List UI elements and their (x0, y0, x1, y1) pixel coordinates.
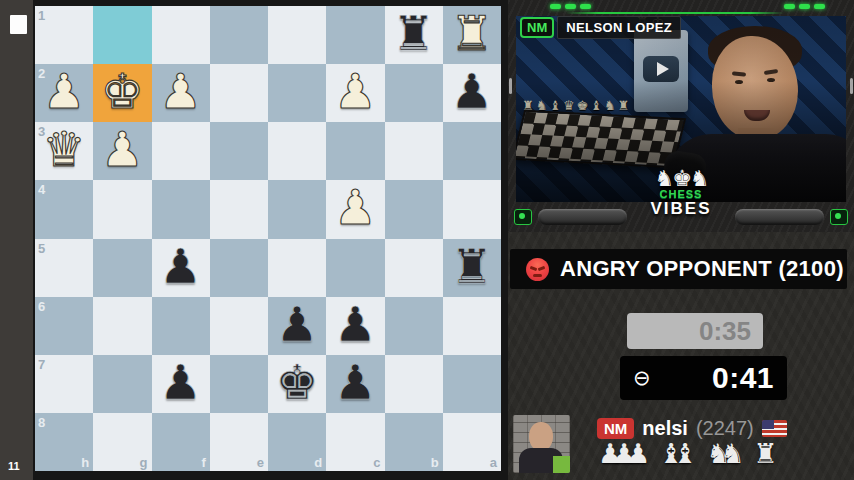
file-label-d: d (314, 455, 322, 470)
chess-board[interactable]: 1♜♜2♟♚♟♟♟3♛♟4♟5♟♜6♟♟7♟♚♟8hgfedcba (35, 6, 501, 471)
black-pawn-c6[interactable]: ♟ (334, 300, 377, 348)
square-g8[interactable]: g (93, 413, 151, 471)
square-e2[interactable] (210, 64, 268, 122)
sidebar-thumbnail[interactable] (10, 15, 27, 34)
square-a5[interactable]: ♜ (443, 239, 501, 297)
square-f4[interactable] (152, 180, 210, 238)
follower-counter-icon (830, 209, 848, 225)
square-a8[interactable]: a (443, 413, 501, 471)
square-e6[interactable] (210, 297, 268, 355)
rank-label-4: 4 (38, 182, 45, 197)
square-h7[interactable]: 7 (35, 355, 93, 413)
square-h6[interactable]: 6 (35, 297, 93, 355)
angry-face-emoji-icon (526, 258, 549, 281)
online-status-badge (553, 456, 570, 473)
square-d5[interactable] (268, 239, 326, 297)
square-c1[interactable] (326, 6, 384, 64)
overlay-pill-left (538, 209, 627, 225)
square-h1[interactable]: 1 (35, 6, 93, 64)
white-rook-a1[interactable]: ♜ (450, 9, 493, 57)
captured-group: ♝♝ (659, 440, 697, 467)
black-rook-b1[interactable]: ♜ (392, 9, 435, 57)
square-c5[interactable] (326, 239, 384, 297)
viewer-counter-icon (514, 209, 532, 225)
square-b6[interactable] (385, 297, 443, 355)
streamer-nameplate: NM NELSON LOPEZ (520, 16, 681, 39)
square-g6[interactable] (93, 297, 151, 355)
square-e8[interactable]: e (210, 413, 268, 471)
square-d8[interactable]: d (268, 413, 326, 471)
square-h5[interactable]: 5 (35, 239, 93, 297)
square-d7[interactable]: ♚ (268, 355, 326, 413)
black-pawn-a2[interactable]: ♟ (450, 67, 493, 115)
player-name[interactable]: nelsi (642, 417, 688, 440)
square-a2[interactable]: ♟ (443, 64, 501, 122)
square-e3[interactable] (210, 122, 268, 180)
black-king-d7[interactable]: ♚ (276, 358, 319, 406)
white-pawn-c4[interactable]: ♟ (334, 183, 377, 231)
square-f7[interactable]: ♟ (152, 355, 210, 413)
square-e7[interactable] (210, 355, 268, 413)
avatar-face (529, 422, 553, 451)
screen: 11 1♜♜2♟♚♟♟♟3♛♟4♟5♟♜6♟♟7♟♚♟8hgfedcba ♜♞♝… (0, 0, 854, 480)
stream-panel: ♜♞♝♛♚♝♞♜ ♖♔ NM NELSON LOPE (508, 0, 854, 480)
square-f2[interactable]: ♟ (152, 64, 210, 122)
white-king-g2[interactable]: ♚ (101, 67, 144, 115)
left-sidebar: 11 (0, 0, 33, 480)
webcam-frame: ♜♞♝♛♚♝♞♜ ♖♔ NM NELSON LOPE (508, 0, 854, 232)
led-dashes-right (784, 4, 825, 9)
square-b4[interactable] (385, 180, 443, 238)
white-pawn-f2[interactable]: ♟ (159, 67, 202, 115)
square-b3[interactable] (385, 122, 443, 180)
led-dashes-left (550, 4, 591, 9)
square-e4[interactable] (210, 180, 268, 238)
opponent-label: ANGRY OPPONENT (2100) (560, 256, 844, 282)
white-pawn-g3[interactable]: ♟ (101, 125, 144, 173)
player-rating: (2247) (696, 417, 754, 440)
us-flag-icon (762, 420, 787, 437)
captured-group: ♞♞ (706, 440, 744, 467)
square-c2[interactable]: ♟ (326, 64, 384, 122)
circled-minus-icon: ⊖ (633, 366, 651, 390)
square-f6[interactable] (152, 297, 210, 355)
square-f1[interactable] (152, 6, 210, 64)
overlay-pill-right (735, 209, 824, 225)
square-c4[interactable]: ♟ (326, 180, 384, 238)
square-d2[interactable] (268, 64, 326, 122)
file-label-c: c (373, 455, 380, 470)
square-h8[interactable]: 8h (35, 413, 93, 471)
square-d4[interactable] (268, 180, 326, 238)
square-g7[interactable] (93, 355, 151, 413)
file-label-h: h (81, 455, 89, 470)
square-e5[interactable] (210, 239, 268, 297)
rank-label-8: 8 (38, 415, 45, 430)
frame-hinge-left (509, 78, 512, 94)
square-g4[interactable] (93, 180, 151, 238)
square-a3[interactable] (443, 122, 501, 180)
white-pawn-h2[interactable]: ♟ (43, 67, 86, 115)
file-label-e: e (257, 455, 264, 470)
square-c8[interactable]: c (326, 413, 384, 471)
player-title-badge: NM (597, 418, 634, 439)
white-pawn-c2[interactable]: ♟ (334, 67, 377, 115)
logo-text-vibes: VIBES (616, 200, 746, 218)
captured-pieces: ♟♟♟♝♝♞♞♜ (598, 440, 778, 467)
streamer-name: NELSON LOPEZ (557, 16, 681, 39)
opponent-banner: ANGRY OPPONENT (2100) (510, 249, 847, 289)
chess-vibes-logo: ♞♚♞ CHESS VIBES (616, 168, 746, 218)
file-label-b: b (431, 455, 439, 470)
captured-group: ♜ (753, 440, 777, 467)
square-c7[interactable]: ♟ (326, 355, 384, 413)
square-g5[interactable] (93, 239, 151, 297)
player-clock: ⊖ 0:41 (620, 356, 787, 400)
sidebar-page-number: 11 (8, 460, 20, 472)
square-d6[interactable]: ♟ (268, 297, 326, 355)
square-e1[interactable] (210, 6, 268, 64)
streamer-title-badge: NM (520, 17, 554, 38)
player-avatar[interactable] (513, 415, 570, 473)
square-f8[interactable]: f (152, 413, 210, 471)
captured-group: ♟♟♟ (598, 440, 650, 467)
file-label-g: g (140, 455, 148, 470)
led-glow-line (566, 12, 784, 14)
square-a1[interactable]: ♜ (443, 6, 501, 64)
square-b5[interactable] (385, 239, 443, 297)
square-c6[interactable]: ♟ (326, 297, 384, 355)
square-a6[interactable] (443, 297, 501, 355)
square-b1[interactable]: ♜ (385, 6, 443, 64)
opponent-clock: 0:35 (627, 313, 763, 349)
square-f3[interactable] (152, 122, 210, 180)
square-f5[interactable]: ♟ (152, 239, 210, 297)
logo-knights-king-icon: ♞♚♞ (616, 168, 746, 190)
square-b7[interactable] (385, 355, 443, 413)
square-b8[interactable]: b (385, 413, 443, 471)
black-pawn-f5[interactable]: ♟ (159, 242, 202, 290)
square-d3[interactable] (268, 122, 326, 180)
square-c3[interactable] (326, 122, 384, 180)
square-g2[interactable]: ♚ (93, 64, 151, 122)
rank-label-5: 5 (38, 241, 45, 256)
black-pawn-f7[interactable]: ♟ (159, 358, 202, 406)
file-label-a: a (490, 455, 497, 470)
square-h4[interactable]: 4 (35, 180, 93, 238)
square-g1[interactable] (93, 6, 151, 64)
square-h3[interactable]: 3♛ (35, 122, 93, 180)
rank-label-6: 6 (38, 299, 45, 314)
square-d1[interactable] (268, 6, 326, 64)
file-label-f: f (201, 455, 205, 470)
square-b2[interactable] (385, 64, 443, 122)
square-h2[interactable]: 2♟ (35, 64, 93, 122)
frame-hinge-right (850, 78, 853, 94)
square-a4[interactable] (443, 180, 501, 238)
black-pawn-d6[interactable]: ♟ (276, 300, 319, 348)
black-rook-a5[interactable]: ♜ (450, 242, 493, 290)
rank-label-7: 7 (38, 357, 45, 372)
black-pawn-c7[interactable]: ♟ (334, 358, 377, 406)
white-queen-h3[interactable]: ♛ (43, 125, 86, 173)
opponent-clock-time: 0:35 (699, 316, 751, 346)
rank-label-1: 1 (38, 8, 45, 23)
square-a7[interactable] (443, 355, 501, 413)
square-g3[interactable]: ♟ (93, 122, 151, 180)
player-clock-time: 0:41 (712, 361, 774, 395)
